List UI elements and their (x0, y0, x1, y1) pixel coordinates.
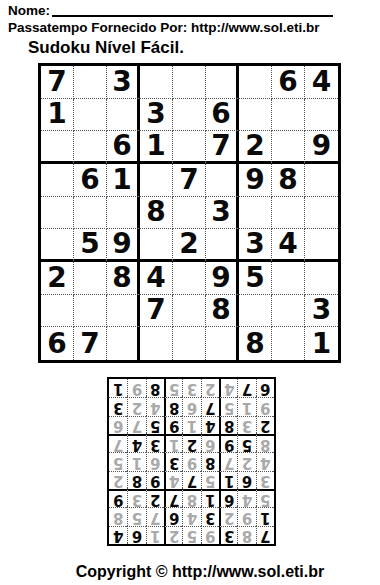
cell-r9c1: 6 (41, 327, 74, 360)
solution-cell-r7c3: 8 (219, 416, 237, 434)
cell-r5c9[interactable] (305, 197, 338, 230)
cell-r7c3: 8 (107, 262, 140, 295)
name-row: Nome: (8, 3, 333, 18)
cell-r6c7: 3 (239, 229, 272, 262)
cell-r4c3: 1 (107, 164, 140, 197)
cell-r6c5: 2 (173, 229, 206, 262)
copyright: Copyright © http://www.sol.eti.br (20, 563, 380, 581)
cell-r4c9[interactable] (305, 164, 338, 197)
solution-cell-r4c6: 4 (164, 471, 182, 489)
cell-r2c1: 1 (41, 99, 74, 132)
cell-r4c1[interactable] (41, 164, 74, 197)
solution-cell-r9c3: 4 (219, 379, 237, 397)
cell-r7c7: 5 (239, 262, 272, 295)
page-title: Sudoku Nível Fácil. (28, 38, 184, 58)
cell-r5c1[interactable] (41, 197, 74, 230)
cell-r5c7[interactable] (239, 197, 272, 230)
cell-r2c3[interactable] (107, 99, 140, 132)
solution-cell-r6c2: 5 (237, 434, 255, 452)
solution-cell-r4c1: 3 (256, 471, 274, 489)
sudoku-board: 736413661729617988359234284957836781 (38, 63, 341, 363)
solution-cell-r5c6: 3 (164, 452, 182, 470)
cell-r1c4[interactable] (140, 66, 173, 99)
solution-cell-r5c3: 7 (219, 452, 237, 470)
solution-cell-r4c2: 6 (237, 471, 255, 489)
cell-r2c4: 3 (140, 99, 173, 132)
cell-r1c6[interactable] (206, 66, 239, 99)
cell-r7c5[interactable] (173, 262, 206, 295)
cell-r2c6: 6 (206, 99, 239, 132)
cell-r8c6: 8 (206, 295, 239, 328)
cell-r7c6: 9 (206, 262, 239, 295)
cell-r8c9: 3 (305, 295, 338, 328)
solution-cell-r6c3: 9 (219, 434, 237, 452)
cell-r9c4[interactable] (140, 327, 173, 360)
cell-r3c8[interactable] (272, 131, 305, 164)
cell-r2c8[interactable] (272, 99, 305, 132)
solution-cell-r9c4: 2 (201, 379, 219, 397)
solution-cell-r1c3: 3 (219, 526, 237, 544)
solution-cell-r3c1: 5 (256, 489, 274, 507)
cell-r3c7: 2 (239, 131, 272, 164)
solution-cell-r8c9: 3 (109, 397, 127, 415)
solution-cell-r3c2: 4 (237, 489, 255, 507)
cell-r2c9[interactable] (305, 99, 338, 132)
solution-cell-r5c7: 6 (146, 452, 164, 470)
solution-cell-r2c5: 4 (182, 507, 200, 525)
cell-r6c2: 5 (74, 229, 107, 262)
cell-r1c3: 3 (107, 66, 140, 99)
provider-line: Passatempo Fornecido Por: http://www.sol… (8, 20, 320, 35)
solution-cell-r4c5: 7 (182, 471, 200, 489)
solution-cell-r2c2: 9 (237, 507, 255, 525)
solution-cell-r1c6: 2 (164, 526, 182, 544)
cell-r1c1: 7 (41, 66, 74, 99)
solution-cell-r6c5: 2 (182, 434, 200, 452)
solution-cell-r5c5: 9 (182, 452, 200, 470)
solution-cell-r2c6: 6 (164, 507, 182, 525)
solution-cell-r5c4: 8 (201, 452, 219, 470)
solution-cell-r7c4: 4 (201, 416, 219, 434)
printable-sudoku-page: Nome: Passatempo Fornecido Por: http://w… (0, 0, 380, 585)
solution-cell-r7c7: 5 (146, 416, 164, 434)
cell-r5c2[interactable] (74, 197, 107, 230)
cell-r8c5[interactable] (173, 295, 206, 328)
solution-cell-r2c8: 5 (127, 507, 145, 525)
solution-cell-r8c1: 9 (256, 397, 274, 415)
cell-r6c1[interactable] (41, 229, 74, 262)
name-underline (52, 14, 333, 17)
cell-r7c1: 2 (41, 262, 74, 295)
cell-r7c8[interactable] (272, 262, 305, 295)
cell-r5c4: 8 (140, 197, 173, 230)
solution-cell-r3c4: 1 (201, 489, 219, 507)
cell-r2c7[interactable] (239, 99, 272, 132)
solution-cell-r6c6: 1 (164, 434, 182, 452)
solution-cell-r1c8: 6 (127, 526, 145, 544)
cell-r5c5[interactable] (173, 197, 206, 230)
cell-r5c8[interactable] (272, 197, 305, 230)
cell-r3c5[interactable] (173, 131, 206, 164)
solution-cell-r8c8: 2 (127, 397, 145, 415)
cell-r8c8[interactable] (272, 295, 305, 328)
cell-r6c4[interactable] (140, 229, 173, 262)
solution-cell-r7c2: 3 (237, 416, 255, 434)
solution-cell-r9c1: 6 (256, 379, 274, 397)
solution-cell-r4c3: 1 (219, 471, 237, 489)
cell-r2c5[interactable] (173, 99, 206, 132)
cell-r1c2[interactable] (74, 66, 107, 99)
cell-r9c3[interactable] (107, 327, 140, 360)
solution-cell-r1c1: 7 (256, 526, 274, 544)
cell-r3c9: 9 (305, 131, 338, 164)
cell-r3c1[interactable] (41, 131, 74, 164)
solution-cell-r5c8: 1 (127, 452, 145, 470)
solution-cell-r2c4: 3 (201, 507, 219, 525)
solution-cell-r1c5: 5 (182, 526, 200, 544)
solution-board-rotated-180: 7839521641923467585461872393615749824278… (107, 377, 276, 546)
solution-cell-r8c2: 1 (237, 397, 255, 415)
solution-cell-r2c9: 8 (109, 507, 127, 525)
cell-r4c2: 6 (74, 164, 107, 197)
solution-cell-r4c7: 9 (146, 471, 164, 489)
cell-r7c4: 4 (140, 262, 173, 295)
solution-cell-r7c5: 1 (182, 416, 200, 434)
cell-r9c6[interactable] (206, 327, 239, 360)
solution-cell-r4c8: 8 (127, 471, 145, 489)
solution-cell-r7c9: 6 (109, 416, 127, 434)
solution-cell-r1c7: 1 (146, 526, 164, 544)
cell-r4c7: 9 (239, 164, 272, 197)
cell-r9c5[interactable] (173, 327, 206, 360)
solution-cell-r6c8: 4 (127, 434, 145, 452)
cell-r6c9[interactable] (305, 229, 338, 262)
solution-cell-r3c5: 8 (182, 489, 200, 507)
cell-r3c2[interactable] (74, 131, 107, 164)
cell-r7c9[interactable] (305, 262, 338, 295)
cell-r1c7[interactable] (239, 66, 272, 99)
cell-r4c5: 7 (173, 164, 206, 197)
solution-cell-r2c1: 1 (256, 507, 274, 525)
solution-cell-r1c9: 4 (109, 526, 127, 544)
solution-cell-r9c2: 7 (237, 379, 255, 397)
cell-r6c8: 4 (272, 229, 305, 262)
cell-r5c3[interactable] (107, 197, 140, 230)
solution-cell-r7c1: 2 (256, 416, 274, 434)
solution-cell-r7c6: 9 (164, 416, 182, 434)
cell-r9c9: 1 (305, 327, 338, 360)
solution-cell-r6c1: 8 (256, 434, 274, 452)
solution-cell-r4c4: 5 (201, 471, 219, 489)
cell-r9c2: 7 (74, 327, 107, 360)
cell-r7c2[interactable] (74, 262, 107, 295)
solution-cell-r9c5: 3 (182, 379, 200, 397)
solution-cell-r8c6: 8 (164, 397, 182, 415)
solution-cell-r9c6: 5 (164, 379, 182, 397)
solution-cell-r2c3: 2 (219, 507, 237, 525)
solution-cell-r3c6: 7 (164, 489, 182, 507)
solution-cell-r5c1: 4 (256, 452, 274, 470)
cell-r9c8[interactable] (272, 327, 305, 360)
cell-r3c6: 7 (206, 131, 239, 164)
cell-r3c3: 6 (107, 131, 140, 164)
solution-cell-r1c4: 9 (201, 526, 219, 544)
solution-cell-r8c5: 6 (182, 397, 200, 415)
cell-r1c8: 6 (272, 66, 305, 99)
cell-r8c2[interactable] (74, 295, 107, 328)
name-label: Nome: (8, 3, 50, 18)
cell-r2c2[interactable] (74, 99, 107, 132)
solution-cell-r3c9: 9 (109, 489, 127, 507)
solution-cell-r2c7: 7 (146, 507, 164, 525)
solution-cell-r4c9: 2 (109, 471, 127, 489)
solution-cell-r1c2: 8 (237, 526, 255, 544)
solution-cell-r5c9: 5 (109, 452, 127, 470)
solution-cell-r6c9: 7 (109, 434, 127, 452)
cell-r4c4[interactable] (140, 164, 173, 197)
cell-r8c7[interactable] (239, 295, 272, 328)
cell-r3c4: 1 (140, 131, 173, 164)
solution-cell-r8c3: 5 (219, 397, 237, 415)
cell-r1c5[interactable] (173, 66, 206, 99)
cell-r4c8: 8 (272, 164, 305, 197)
solution-cell-r9c9: 1 (109, 379, 127, 397)
solution-cell-r9c7: 8 (146, 379, 164, 397)
solution-cell-r5c2: 2 (237, 452, 255, 470)
solution-cell-r3c3: 6 (219, 489, 237, 507)
solution-cell-r9c8: 9 (127, 379, 145, 397)
cell-r6c6[interactable] (206, 229, 239, 262)
cell-r1c9: 4 (305, 66, 338, 99)
solution-cell-r8c4: 7 (201, 397, 219, 415)
solution-cell-r6c7: 3 (146, 434, 164, 452)
cell-r5c6: 3 (206, 197, 239, 230)
cell-r6c3: 9 (107, 229, 140, 262)
cell-r8c4: 7 (140, 295, 173, 328)
solution-cell-r8c7: 4 (146, 397, 164, 415)
cell-r4c6[interactable] (206, 164, 239, 197)
solution-cell-r7c8: 7 (127, 416, 145, 434)
solution-cell-r3c8: 3 (127, 489, 145, 507)
cell-r9c7: 8 (239, 327, 272, 360)
solution-cell-r6c4: 6 (201, 434, 219, 452)
cell-r8c1[interactable] (41, 295, 74, 328)
solution-cell-r3c7: 2 (146, 489, 164, 507)
cell-r8c3[interactable] (107, 295, 140, 328)
